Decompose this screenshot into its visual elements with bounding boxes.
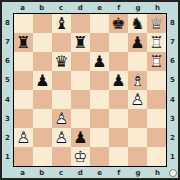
piece-white-bishop[interactable]: ♝♗: [128, 71, 147, 90]
file-labels-top: abcdefgh: [13, 2, 167, 13]
rank-label-left-6: 6: [2, 52, 13, 71]
square-e3[interactable]: [90, 109, 109, 128]
bishop-outline: ♗: [128, 71, 147, 90]
square-f4[interactable]: [109, 90, 128, 109]
file-label-top-a: a: [13, 2, 32, 13]
file-label-bottom-d: d: [71, 167, 90, 178]
square-h7[interactable]: ♜♖: [147, 33, 166, 52]
square-d1[interactable]: ♚♔: [71, 147, 90, 166]
rank-label-right-6: 6: [167, 52, 178, 71]
piece-black-pawn[interactable]: ♟: [33, 71, 52, 90]
square-b6[interactable]: [33, 52, 52, 71]
file-labels-bottom: abcdefgh: [13, 167, 167, 178]
square-a1[interactable]: [14, 147, 33, 166]
square-g4[interactable]: ♟♙: [128, 90, 147, 109]
piece-white-queen[interactable]: ♛♕: [147, 14, 166, 33]
square-g8[interactable]: ♞: [128, 14, 147, 33]
square-d3[interactable]: [71, 109, 90, 128]
file-label-top-e: e: [90, 2, 109, 13]
file-label-bottom-a: a: [13, 167, 32, 178]
square-f3[interactable]: [109, 109, 128, 128]
king-outline: ♔: [71, 147, 90, 166]
file-label-bottom-f: f: [109, 167, 128, 178]
rank-label-right-5: 5: [167, 71, 178, 90]
file-label-top-g: g: [129, 2, 148, 13]
square-b4[interactable]: [33, 90, 52, 109]
piece-white-rook[interactable]: ♜♖: [147, 52, 166, 71]
square-e1[interactable]: [90, 147, 109, 166]
square-h8[interactable]: ♛♕: [147, 14, 166, 33]
square-b1[interactable]: [33, 147, 52, 166]
rank-label-left-7: 7: [2, 32, 13, 51]
square-f1[interactable]: [109, 147, 128, 166]
square-a8[interactable]: [14, 14, 33, 33]
pawn-outline: ♙: [14, 128, 33, 147]
rank-label-right-7: 7: [167, 32, 178, 51]
file-label-bottom-e: e: [90, 167, 109, 178]
piece-white-pawn[interactable]: ♟♙: [52, 109, 71, 128]
piece-white-pawn[interactable]: ♟♙: [52, 128, 71, 147]
file-label-bottom-g: g: [129, 167, 148, 178]
rook-outline: ♖: [147, 52, 166, 71]
file-label-bottom-c: c: [52, 167, 71, 178]
square-a4[interactable]: [14, 90, 33, 109]
piece-black-knight[interactable]: ♞: [128, 14, 147, 33]
square-d8[interactable]: [71, 14, 90, 33]
square-e6[interactable]: ♟: [90, 52, 109, 71]
rank-label-right-4: 4: [167, 90, 178, 109]
square-h1[interactable]: [147, 147, 166, 166]
file-label-bottom-b: b: [32, 167, 51, 178]
file-label-top-d: d: [71, 2, 90, 13]
piece-white-rook[interactable]: ♜♖: [147, 33, 166, 52]
rank-label-left-1: 1: [2, 148, 13, 167]
file-label-top-c: c: [52, 2, 71, 13]
square-d5[interactable]: [71, 71, 90, 90]
square-c1[interactable]: [52, 147, 71, 166]
square-a6[interactable]: [14, 52, 33, 71]
piece-black-pawn[interactable]: ♟: [109, 71, 128, 90]
square-f6[interactable]: [109, 52, 128, 71]
square-f2[interactable]: [109, 128, 128, 147]
square-e8[interactable]: [90, 14, 109, 33]
square-g1[interactable]: [128, 147, 147, 166]
square-g6[interactable]: [128, 52, 147, 71]
pawn-outline: ♙: [52, 128, 71, 147]
square-b7[interactable]: [33, 33, 52, 52]
square-c4[interactable]: [52, 90, 71, 109]
file-label-top-b: b: [32, 2, 51, 13]
square-g3[interactable]: [128, 109, 147, 128]
square-c8[interactable]: ♝: [52, 14, 71, 33]
square-c5[interactable]: [52, 71, 71, 90]
piece-black-pawn[interactable]: ♟: [90, 52, 109, 71]
square-d4[interactable]: [71, 90, 90, 109]
square-e2[interactable]: [90, 128, 109, 147]
square-e5[interactable]: [90, 71, 109, 90]
square-g5[interactable]: ♝♗: [128, 71, 147, 90]
rank-labels-left: 87654321: [2, 13, 13, 167]
square-f7[interactable]: [109, 33, 128, 52]
square-c7[interactable]: [52, 33, 71, 52]
pawn-outline: ♙: [128, 90, 147, 109]
square-h2[interactable]: [147, 128, 166, 147]
piece-white-king[interactable]: ♚♔: [71, 147, 90, 166]
square-a3[interactable]: [14, 109, 33, 128]
piece-black-bishop[interactable]: ♝: [52, 14, 71, 33]
file-label-bottom-h: h: [148, 167, 167, 178]
rank-label-left-3: 3: [2, 109, 13, 128]
square-c6[interactable]: ♛: [52, 52, 71, 71]
square-h5[interactable]: [147, 71, 166, 90]
square-d2[interactable]: ♟: [71, 128, 90, 147]
piece-white-pawn[interactable]: ♟♙: [14, 128, 33, 147]
queen-outline: ♕: [147, 14, 166, 33]
rank-label-left-8: 8: [2, 13, 13, 32]
rank-label-left-2: 2: [2, 129, 13, 148]
chess-diagram-frame: abcdefgh abcdefgh 87654321 87654321 ♝♚♞♛…: [0, 0, 180, 180]
rank-labels-right: 87654321: [167, 13, 178, 167]
square-a2[interactable]: ♟♙: [14, 128, 33, 147]
piece-black-pawn[interactable]: ♟: [128, 33, 147, 52]
piece-white-pawn[interactable]: ♟♙: [128, 90, 147, 109]
square-b5[interactable]: ♟: [33, 71, 52, 90]
square-h6[interactable]: ♜♖: [147, 52, 166, 71]
pawn-outline: ♙: [52, 109, 71, 128]
square-a7[interactable]: ♜: [14, 33, 33, 52]
rank-label-right-1: 1: [167, 148, 178, 167]
piece-black-king[interactable]: ♚: [109, 14, 128, 33]
square-b2[interactable]: [33, 128, 52, 147]
rank-label-right-8: 8: [167, 13, 178, 32]
square-h3[interactable]: [147, 109, 166, 128]
square-e7[interactable]: [90, 33, 109, 52]
square-f5[interactable]: ♟: [109, 71, 128, 90]
piece-black-queen[interactable]: ♛: [52, 52, 71, 71]
piece-black-pawn[interactable]: ♟: [71, 128, 90, 147]
square-a5[interactable]: [14, 71, 33, 90]
square-b8[interactable]: [33, 14, 52, 33]
square-f8[interactable]: ♚: [109, 14, 128, 33]
square-d6[interactable]: [71, 52, 90, 71]
rank-label-right-2: 2: [167, 129, 178, 148]
rank-label-left-4: 4: [2, 90, 13, 109]
chess-board[interactable]: ♝♚♞♛♕♜♜♟♜♖♛♟♜♖♟♟♝♗♟♙♟♙♟♙♟♙♟♚♔: [13, 13, 167, 167]
square-g7[interactable]: ♟: [128, 33, 147, 52]
piece-black-rook[interactable]: ♜: [71, 33, 90, 52]
file-label-top-h: h: [148, 2, 167, 13]
piece-black-rook[interactable]: ♜: [14, 33, 33, 52]
white-to-move-indicator: [169, 169, 177, 177]
square-c3[interactable]: ♟♙: [52, 109, 71, 128]
square-d7[interactable]: ♜: [71, 33, 90, 52]
square-b3[interactable]: [33, 109, 52, 128]
square-g2[interactable]: [128, 128, 147, 147]
square-h4[interactable]: [147, 90, 166, 109]
rank-label-right-3: 3: [167, 109, 178, 128]
coordinate-margin: abcdefgh abcdefgh 87654321 87654321 ♝♚♞♛…: [2, 2, 178, 178]
square-e4[interactable]: [90, 90, 109, 109]
square-c2[interactable]: ♟♙: [52, 128, 71, 147]
rank-label-left-5: 5: [2, 71, 13, 90]
rook-outline: ♖: [147, 33, 166, 52]
file-label-top-f: f: [109, 2, 128, 13]
